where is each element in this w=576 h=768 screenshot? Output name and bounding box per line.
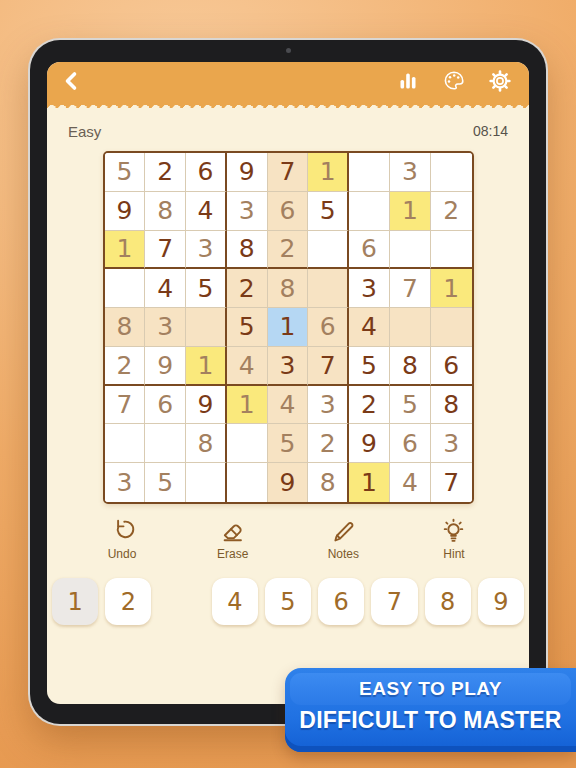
cell-r1c7[interactable] [349,153,390,192]
given-digit: 4 [361,314,377,339]
player-digit: 5 [402,392,418,417]
player-digit: 2 [116,353,132,378]
cell-r7c4[interactable]: 1 [227,386,268,425]
given-digit: 9 [197,392,213,417]
numpad-key-4[interactable]: 4 [212,578,258,625]
cell-r9c8[interactable]: 4 [390,463,431,502]
given-digit: 5 [239,314,255,339]
player-digit: 2 [443,198,459,223]
given-digit: 8 [402,353,418,378]
player-digit: 3 [197,236,213,261]
cell-r4c7[interactable]: 3 [349,269,390,308]
player-digit: 6 [280,198,296,223]
cell-r3c1[interactable]: 1 [105,231,146,270]
player-digit: 5 [157,470,173,495]
cell-r1c5[interactable]: 7 [268,153,309,192]
player-digit: 8 [157,198,173,223]
cell-r2c6[interactable]: 5 [308,192,349,231]
given-digit: 9 [116,198,132,223]
player-digit: 4 [402,470,418,495]
cell-r8c5[interactable]: 5 [268,424,309,463]
player-digit: 8 [197,431,213,456]
given-digit: 7 [443,470,459,495]
given-digit: 7 [280,159,296,184]
cell-r2c4[interactable]: 3 [227,192,268,231]
tool-label: Hint [443,547,464,561]
cell-r3c5[interactable]: 2 [268,231,309,270]
promo-line2: DIFFICULT TO MASTER [285,707,576,734]
player-digit: 8 [320,470,336,495]
cell-r3c6[interactable] [308,231,349,270]
cell-r9c4[interactable] [227,463,268,502]
given-digit: 9 [280,470,296,495]
player-digit: 3 [239,198,255,223]
tablet-frame: Easy 08:14 52697139843651217382645283718… [30,40,546,724]
cell-r9c2[interactable]: 5 [145,463,186,502]
cell-r4c2[interactable]: 4 [145,269,186,308]
player-digit: 6 [320,314,336,339]
given-digit: 5 [320,198,336,223]
numpad-key-6[interactable]: 6 [318,578,364,625]
given-digit: 3 [280,353,296,378]
cell-r2c5[interactable]: 6 [268,192,309,231]
player-digit: 5 [280,431,296,456]
given-digit: 4 [157,276,173,301]
cell-r5c2[interactable]: 3 [145,308,186,347]
cell-r7c8[interactable]: 5 [390,386,431,425]
cell-r6c5[interactable]: 3 [268,347,309,386]
back-button[interactable] [59,68,85,94]
toolbar: Undo Erase Notes [47,517,529,561]
player-digit: 8 [116,314,132,339]
player-digit: 8 [280,276,296,301]
promo-line1: EASY TO PLAY [359,678,502,700]
given-digit: 9 [239,159,255,184]
cell-r7c5[interactable]: 4 [268,386,309,425]
cell-r4c5[interactable]: 8 [268,269,309,308]
hint-icon [440,517,467,544]
player-digit: 2 [320,431,336,456]
cell-r2c2[interactable]: 8 [145,192,186,231]
ticket-scallop-edge [47,102,529,108]
cell-r6c1[interactable]: 2 [105,347,146,386]
promo-banner[interactable]: EASY TO PLAY DIFFICULT TO MASTER [285,668,576,752]
given-digit: 6 [443,353,459,378]
cell-r7c7[interactable]: 2 [349,386,390,425]
cell-r9c7[interactable]: 1 [349,463,390,502]
cell-r6c8[interactable]: 8 [390,347,431,386]
cell-r3c9[interactable] [431,231,472,270]
cell-r4c9[interactable]: 1 [431,269,472,308]
given-digit: 5 [361,353,377,378]
cell-r9c3[interactable] [186,463,227,502]
theme-palette-icon[interactable] [441,68,467,94]
erase-icon [219,517,246,544]
cell-r9c6[interactable]: 8 [308,463,349,502]
cell-r1c8[interactable]: 3 [390,153,431,192]
given-digit: 1 [280,314,296,339]
player-digit: 6 [157,392,173,417]
cell-r2c9[interactable]: 2 [431,192,472,231]
promo-banner-top: EASY TO PLAY [290,673,571,705]
cell-r5c7[interactable]: 4 [349,308,390,347]
cell-r5c5[interactable]: 1 [268,308,309,347]
front-camera [286,48,291,53]
cell-r5c9[interactable] [431,308,472,347]
cell-r7c3[interactable]: 9 [186,386,227,425]
cell-r5c1[interactable]: 8 [105,308,146,347]
cell-r1c9[interactable] [431,153,472,192]
app-header [47,62,529,102]
player-digit: 6 [402,431,418,456]
cell-r5c3[interactable] [186,308,227,347]
cell-r3c8[interactable] [390,231,431,270]
player-digit: 7 [402,276,418,301]
cell-r5c6[interactable]: 6 [308,308,349,347]
cell-r7c1[interactable]: 7 [105,386,146,425]
cell-r1c2[interactable]: 2 [145,153,186,192]
numpad-key-5[interactable]: 5 [265,578,311,625]
difficulty-label: Easy [68,123,101,140]
cell-r4c8[interactable]: 7 [390,269,431,308]
cell-r6c9[interactable]: 6 [431,347,472,386]
cell-r8c2[interactable] [145,424,186,463]
player-digit: 1 [239,392,255,417]
player-digit: 4 [280,392,296,417]
numpad-key-7[interactable]: 7 [371,578,417,625]
cell-r7c6[interactable]: 3 [308,386,349,425]
cell-r1c4[interactable]: 9 [227,153,268,192]
cell-r4c3[interactable]: 5 [186,269,227,308]
given-digit: 9 [361,431,377,456]
numpad-key-8[interactable]: 8 [425,578,471,625]
cell-r8c4[interactable] [227,424,268,463]
cell-r3c4[interactable]: 8 [227,231,268,270]
player-digit: 3 [443,431,459,456]
numpad: 12456789 [47,578,529,625]
cell-r6c3[interactable]: 1 [186,347,227,386]
settings-gear-icon[interactable] [487,68,513,94]
cell-r6c2[interactable]: 9 [145,347,186,386]
cell-r9c9[interactable]: 7 [431,463,472,502]
given-digit: 8 [239,236,255,261]
cell-r1c1[interactable]: 5 [105,153,146,192]
player-digit: 5 [116,159,132,184]
statistics-icon[interactable] [395,68,421,94]
cell-r4c1[interactable] [105,269,146,308]
cell-r8c9[interactable]: 3 [431,424,472,463]
cell-r9c1[interactable]: 3 [105,463,146,502]
cell-r5c4[interactable]: 5 [227,308,268,347]
cell-r8c3[interactable]: 8 [186,424,227,463]
player-digit: 1 [197,353,213,378]
given-digit: 2 [239,276,255,301]
undo-button[interactable]: Undo [87,517,157,561]
tool-label: Undo [108,547,137,561]
status-row: Easy 08:14 [47,120,529,142]
tool-label: Erase [217,547,248,561]
player-digit: 2 [280,236,296,261]
cell-r2c7[interactable] [349,192,390,231]
sudoku-board: 5269713984365121738264528371835164291437… [103,151,474,504]
given-digit: 8 [443,392,459,417]
cell-r1c6[interactable]: 1 [308,153,349,192]
cell-r8c1[interactable] [105,424,146,463]
given-digit: 5 [197,276,213,301]
numpad-key-9[interactable]: 9 [478,578,524,625]
cell-r8c6[interactable]: 2 [308,424,349,463]
erase-button[interactable]: Erase [198,517,268,561]
player-digit: 3 [157,314,173,339]
given-digit: 6 [197,159,213,184]
given-digit: 4 [197,198,213,223]
numpad-key-2[interactable]: 2 [105,578,151,625]
player-digit: 3 [402,159,418,184]
player-digit: 3 [116,470,132,495]
player-digit: 1 [402,198,418,223]
player-digit: 7 [116,392,132,417]
notes-icon [330,517,357,544]
cell-r4c6[interactable] [308,269,349,308]
cell-r2c3[interactable]: 4 [186,192,227,231]
undo-icon [109,517,136,544]
timer: 08:14 [473,123,508,139]
given-digit: 7 [320,353,336,378]
player-digit: 1 [116,236,132,261]
notes-button[interactable]: Notes [308,517,378,561]
cell-r6c4[interactable]: 4 [227,347,268,386]
player-digit: 1 [320,159,336,184]
cell-r9c5[interactable]: 9 [268,463,309,502]
cell-r7c9[interactable]: 8 [431,386,472,425]
given-digit: 2 [361,392,377,417]
cell-r2c8[interactable]: 1 [390,192,431,231]
cell-r1c3[interactable]: 6 [186,153,227,192]
cell-r3c2[interactable]: 7 [145,231,186,270]
app-screen: Easy 08:14 52697139843651217382645283718… [47,62,529,704]
cell-r2c1[interactable]: 9 [105,192,146,231]
player-digit: 4 [239,353,255,378]
player-digit: 3 [320,392,336,417]
given-digit: 7 [157,236,173,261]
hint-button[interactable]: Hint [419,517,489,561]
cell-r4c4[interactable]: 2 [227,269,268,308]
tool-label: Notes [328,547,359,561]
given-digit: 3 [361,276,377,301]
cell-r6c7[interactable]: 5 [349,347,390,386]
cell-r8c7[interactable]: 9 [349,424,390,463]
cell-r6c6[interactable]: 7 [308,347,349,386]
cell-r7c2[interactable]: 6 [145,386,186,425]
player-digit: 9 [157,353,173,378]
cell-r5c8[interactable] [390,308,431,347]
cell-r3c3[interactable]: 3 [186,231,227,270]
player-digit: 1 [443,276,459,301]
cell-r3c7[interactable]: 6 [349,231,390,270]
given-digit: 1 [361,470,377,495]
player-digit: 6 [361,236,377,261]
numpad-key-1[interactable]: 1 [52,578,98,625]
cell-r8c8[interactable]: 6 [390,424,431,463]
given-digit: 2 [157,159,173,184]
